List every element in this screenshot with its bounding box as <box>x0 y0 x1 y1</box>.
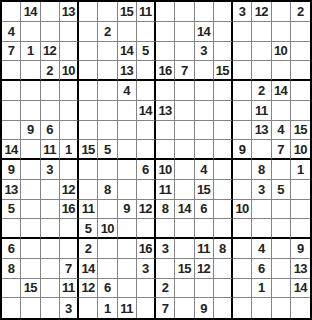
cell-r11c16-empty[interactable] <box>291 200 310 220</box>
cell-r16c8-empty[interactable] <box>137 298 156 318</box>
cell-r14c4-given[interactable]: 7 <box>60 259 79 279</box>
cell-r15c6-given[interactable]: 6 <box>98 279 117 299</box>
cell-r6c11-empty[interactable] <box>195 101 214 121</box>
cell-r12c2-empty[interactable] <box>21 219 40 239</box>
cell-r14c13-empty[interactable] <box>233 259 252 279</box>
cell-r9c14-given[interactable]: 8 <box>252 160 271 180</box>
cell-r9c12-empty[interactable] <box>214 160 233 180</box>
cell-r4c2-empty[interactable] <box>21 61 40 81</box>
cell-r8c13-given[interactable]: 9 <box>233 140 252 160</box>
cell-r9c16-given[interactable]: 1 <box>291 160 310 180</box>
cell-r4c8-empty[interactable] <box>137 61 156 81</box>
cell-r7c2-given[interactable]: 9 <box>21 121 40 141</box>
cell-r1c14-given[interactable]: 12 <box>252 2 271 22</box>
cell-r9c11-given[interactable]: 4 <box>195 160 214 180</box>
cell-r16c1-empty[interactable] <box>2 298 21 318</box>
cell-r3c1-given[interactable]: 7 <box>2 42 21 62</box>
cell-r13c6-empty[interactable] <box>98 239 117 259</box>
cell-r9c7-empty[interactable] <box>118 160 137 180</box>
cell-r1c2-given[interactable]: 14 <box>21 2 40 22</box>
cell-r15c12-empty[interactable] <box>214 279 233 299</box>
cell-r2c14-empty[interactable] <box>252 22 271 42</box>
cell-r2c3-empty[interactable] <box>41 22 60 42</box>
cell-r4c10-given[interactable]: 7 <box>175 61 194 81</box>
cell-r14c9-empty[interactable] <box>156 259 175 279</box>
cell-r14c8-given[interactable]: 3 <box>137 259 156 279</box>
cell-r3c4-empty[interactable] <box>60 42 79 62</box>
cell-r3c14-empty[interactable] <box>252 42 271 62</box>
cell-r16c14-empty[interactable] <box>252 298 271 318</box>
cell-r7c1-empty[interactable] <box>2 121 21 141</box>
cell-r10c2-empty[interactable] <box>21 180 40 200</box>
cell-r11c14-empty[interactable] <box>252 200 271 220</box>
cell-r9c13-empty[interactable] <box>233 160 252 180</box>
cell-r6c13-empty[interactable] <box>233 101 252 121</box>
cell-r6c12-empty[interactable] <box>214 101 233 121</box>
cell-r5c2-empty[interactable] <box>21 81 40 101</box>
cell-r10c16-empty[interactable] <box>291 180 310 200</box>
cell-r3c15-given[interactable]: 10 <box>272 42 291 62</box>
cell-r6c4-empty[interactable] <box>60 101 79 121</box>
cell-r10c3-empty[interactable] <box>41 180 60 200</box>
cell-r14c2-empty[interactable] <box>21 259 40 279</box>
cell-r3c13-empty[interactable] <box>233 42 252 62</box>
cell-r4c11-empty[interactable] <box>195 61 214 81</box>
cell-r9c1-given[interactable]: 9 <box>2 160 21 180</box>
cell-r3c7-given[interactable]: 14 <box>118 42 137 62</box>
cell-r2c4-empty[interactable] <box>60 22 79 42</box>
cell-r15c10-empty[interactable] <box>175 279 194 299</box>
sudoku-board: 1413151131224214711214531021013167154214… <box>0 0 312 320</box>
cell-r2c13-empty[interactable] <box>233 22 252 42</box>
cell-r6c2-empty[interactable] <box>21 101 40 121</box>
cell-r7c5-empty[interactable] <box>79 121 98 141</box>
cell-r8c9-empty[interactable] <box>156 140 175 160</box>
cell-r3c6-empty[interactable] <box>98 42 117 62</box>
cell-r7c9-empty[interactable] <box>156 121 175 141</box>
cell-r4c9-given[interactable]: 16 <box>156 61 175 81</box>
cell-r16c7-given[interactable]: 11 <box>118 298 137 318</box>
cell-r16c16-empty[interactable] <box>291 298 310 318</box>
cell-r5c16-empty[interactable] <box>291 81 310 101</box>
cell-r5c11-empty[interactable] <box>195 81 214 101</box>
cell-r5c9-empty[interactable] <box>156 81 175 101</box>
cell-r3c3-given[interactable]: 12 <box>41 42 60 62</box>
cell-r13c1-given[interactable]: 6 <box>2 239 21 259</box>
cell-r10c13-empty[interactable] <box>233 180 252 200</box>
cell-r13c3-empty[interactable] <box>41 239 60 259</box>
cell-r12c3-empty[interactable] <box>41 219 60 239</box>
cell-r15c9-given[interactable]: 2 <box>156 279 175 299</box>
cell-r11c4-given[interactable]: 16 <box>60 200 79 220</box>
cell-r8c11-empty[interactable] <box>195 140 214 160</box>
cell-r1c15-empty[interactable] <box>272 2 291 22</box>
cell-r9c15-empty[interactable] <box>272 160 291 180</box>
cell-r11c13-given[interactable]: 10 <box>233 200 252 220</box>
cell-r12c5-given[interactable]: 5 <box>79 219 98 239</box>
cell-r2c16-empty[interactable] <box>291 22 310 42</box>
cell-r11c8-given[interactable]: 12 <box>137 200 156 220</box>
cell-r7c8-empty[interactable] <box>137 121 156 141</box>
cell-r1c7-given[interactable]: 15 <box>118 2 137 22</box>
cell-r15c2-given[interactable]: 15 <box>21 279 40 299</box>
cell-r12c4-empty[interactable] <box>60 219 79 239</box>
cell-r4c7-given[interactable]: 13 <box>118 61 137 81</box>
cell-r13c13-empty[interactable] <box>233 239 252 259</box>
cell-r12c1-empty[interactable] <box>2 219 21 239</box>
cell-r16c15-empty[interactable] <box>272 298 291 318</box>
cell-r10c10-empty[interactable] <box>175 180 194 200</box>
cell-r12c8-empty[interactable] <box>137 219 156 239</box>
cell-r5c5-empty[interactable] <box>79 81 98 101</box>
cell-r6c9-given[interactable]: 13 <box>156 101 175 121</box>
cell-r14c1-given[interactable]: 8 <box>2 259 21 279</box>
cell-r9c8-given[interactable]: 6 <box>137 160 156 180</box>
cell-r12c6-given[interactable]: 10 <box>98 219 117 239</box>
sudoku-puzzle: 1413151131224214711214531021013167154214… <box>0 0 312 320</box>
cell-r1c10-empty[interactable] <box>175 2 194 22</box>
cell-r4c16-empty[interactable] <box>291 61 310 81</box>
cell-r15c7-empty[interactable] <box>118 279 137 299</box>
cell-r16c13-empty[interactable] <box>233 298 252 318</box>
cell-r5c14-given[interactable]: 2 <box>252 81 271 101</box>
cell-r9c5-empty[interactable] <box>79 160 98 180</box>
cell-r13c10-empty[interactable] <box>175 239 194 259</box>
cell-r7c11-empty[interactable] <box>195 121 214 141</box>
cell-r5c7-given[interactable]: 4 <box>118 81 137 101</box>
cell-r2c12-empty[interactable] <box>214 22 233 42</box>
cell-r12c14-empty[interactable] <box>252 219 271 239</box>
cell-r10c9-given[interactable]: 11 <box>156 180 175 200</box>
cell-r14c11-given[interactable]: 12 <box>195 259 214 279</box>
cell-r10c1-given[interactable]: 13 <box>2 180 21 200</box>
cell-r1c13-given[interactable]: 3 <box>233 2 252 22</box>
cell-r1c6-empty[interactable] <box>98 2 117 22</box>
cell-r14c6-empty[interactable] <box>98 259 117 279</box>
cell-r7c7-empty[interactable] <box>118 121 137 141</box>
cell-r11c6-empty[interactable] <box>98 200 117 220</box>
cell-r13c5-given[interactable]: 2 <box>79 239 98 259</box>
cell-r15c5-given[interactable]: 12 <box>79 279 98 299</box>
cell-r13c12-given[interactable]: 8 <box>214 239 233 259</box>
cell-r8c16-given[interactable]: 10 <box>291 140 310 160</box>
cell-r2c15-empty[interactable] <box>272 22 291 42</box>
cell-r8c2-empty[interactable] <box>21 140 40 160</box>
cell-r15c13-empty[interactable] <box>233 279 252 299</box>
cell-r4c1-empty[interactable] <box>2 61 21 81</box>
cell-r14c12-empty[interactable] <box>214 259 233 279</box>
cell-r13c4-empty[interactable] <box>60 239 79 259</box>
cell-r12c11-empty[interactable] <box>195 219 214 239</box>
cell-r8c10-empty[interactable] <box>175 140 194 160</box>
cell-r5c6-empty[interactable] <box>98 81 117 101</box>
cell-r16c2-empty[interactable] <box>21 298 40 318</box>
cell-r5c10-empty[interactable] <box>175 81 194 101</box>
cell-r16c4-given[interactable]: 3 <box>60 298 79 318</box>
cell-r13c11-given[interactable]: 11 <box>195 239 214 259</box>
cell-r7c3-given[interactable]: 6 <box>41 121 60 141</box>
cell-r3c11-given[interactable]: 3 <box>195 42 214 62</box>
cell-r4c3-given[interactable]: 2 <box>41 61 60 81</box>
cell-r8c15-given[interactable]: 7 <box>272 140 291 160</box>
cell-r4c4-given[interactable]: 10 <box>60 61 79 81</box>
cell-r14c5-given[interactable]: 14 <box>79 259 98 279</box>
cell-r9c2-empty[interactable] <box>21 160 40 180</box>
cell-r11c10-given[interactable]: 14 <box>175 200 194 220</box>
cell-r12c10-empty[interactable] <box>175 219 194 239</box>
cell-r6c3-empty[interactable] <box>41 101 60 121</box>
cell-r15c11-empty[interactable] <box>195 279 214 299</box>
cell-r14c15-empty[interactable] <box>272 259 291 279</box>
cell-r7c15-given[interactable]: 4 <box>272 121 291 141</box>
cell-r1c3-empty[interactable] <box>41 2 60 22</box>
cell-r13c2-empty[interactable] <box>21 239 40 259</box>
cell-r13c14-given[interactable]: 4 <box>252 239 271 259</box>
cell-r16c9-given[interactable]: 7 <box>156 298 175 318</box>
cell-r2c9-empty[interactable] <box>156 22 175 42</box>
cell-r16c10-empty[interactable] <box>175 298 194 318</box>
cell-r5c3-empty[interactable] <box>41 81 60 101</box>
cell-r1c12-empty[interactable] <box>214 2 233 22</box>
cell-r11c5-given[interactable]: 11 <box>79 200 98 220</box>
cell-r4c6-empty[interactable] <box>98 61 117 81</box>
cell-r3c9-empty[interactable] <box>156 42 175 62</box>
cell-r9c6-empty[interactable] <box>98 160 117 180</box>
cell-r4c13-empty[interactable] <box>233 61 252 81</box>
cell-r11c9-given[interactable]: 8 <box>156 200 175 220</box>
cell-r4c5-empty[interactable] <box>79 61 98 81</box>
cell-r5c13-empty[interactable] <box>233 81 252 101</box>
cell-r1c9-empty[interactable] <box>156 2 175 22</box>
cell-r12c9-empty[interactable] <box>156 219 175 239</box>
cell-r10c8-empty[interactable] <box>137 180 156 200</box>
cell-r8c8-empty[interactable] <box>137 140 156 160</box>
cell-r7c16-given[interactable]: 15 <box>291 121 310 141</box>
cell-r2c2-empty[interactable] <box>21 22 40 42</box>
cell-r8c14-empty[interactable] <box>252 140 271 160</box>
cell-r6c5-empty[interactable] <box>79 101 98 121</box>
cell-r3c2-given[interactable]: 1 <box>21 42 40 62</box>
cell-r3c8-given[interactable]: 5 <box>137 42 156 62</box>
cell-r13c8-given[interactable]: 16 <box>137 239 156 259</box>
cell-r5c8-empty[interactable] <box>137 81 156 101</box>
cell-r3c10-empty[interactable] <box>175 42 194 62</box>
cell-r5c4-empty[interactable] <box>60 81 79 101</box>
cell-r2c11-given[interactable]: 14 <box>195 22 214 42</box>
cell-r7c12-empty[interactable] <box>214 121 233 141</box>
cell-r6c7-empty[interactable] <box>118 101 137 121</box>
cell-r4c14-empty[interactable] <box>252 61 271 81</box>
cell-r6c1-empty[interactable] <box>2 101 21 121</box>
cell-r8c1-given[interactable]: 14 <box>2 140 21 160</box>
cell-r13c7-empty[interactable] <box>118 239 137 259</box>
cell-r9c10-empty[interactable] <box>175 160 194 180</box>
cell-r11c1-given[interactable]: 5 <box>2 200 21 220</box>
cell-r1c11-empty[interactable] <box>195 2 214 22</box>
cell-r2c6-given[interactable]: 2 <box>98 22 117 42</box>
cell-r15c8-empty[interactable] <box>137 279 156 299</box>
cell-r10c14-given[interactable]: 3 <box>252 180 271 200</box>
cell-r9c4-empty[interactable] <box>60 160 79 180</box>
cell-r11c7-given[interactable]: 9 <box>118 200 137 220</box>
cell-r5c15-given[interactable]: 14 <box>272 81 291 101</box>
cell-r9c3-given[interactable]: 3 <box>41 160 60 180</box>
cell-r3c16-empty[interactable] <box>291 42 310 62</box>
cell-r13c16-given[interactable]: 9 <box>291 239 310 259</box>
cell-r1c4-given[interactable]: 13 <box>60 2 79 22</box>
cell-r2c10-empty[interactable] <box>175 22 194 42</box>
cell-r10c7-empty[interactable] <box>118 180 137 200</box>
cell-r1c5-empty[interactable] <box>79 2 98 22</box>
cell-r8c6-given[interactable]: 5 <box>98 140 117 160</box>
cell-r14c14-given[interactable]: 6 <box>252 259 271 279</box>
cell-r1c16-given[interactable]: 2 <box>291 2 310 22</box>
cell-r8c12-empty[interactable] <box>214 140 233 160</box>
cell-r1c1-empty[interactable] <box>2 2 21 22</box>
cell-r10c4-given[interactable]: 12 <box>60 180 79 200</box>
cell-r12c12-empty[interactable] <box>214 219 233 239</box>
cell-r4c12-given[interactable]: 15 <box>214 61 233 81</box>
cell-r8c7-empty[interactable] <box>118 140 137 160</box>
cell-r6c16-empty[interactable] <box>291 101 310 121</box>
cell-r16c3-empty[interactable] <box>41 298 60 318</box>
cell-r15c3-empty[interactable] <box>41 279 60 299</box>
cell-r16c11-given[interactable]: 9 <box>195 298 214 318</box>
cell-r10c5-empty[interactable] <box>79 180 98 200</box>
cell-r6c6-empty[interactable] <box>98 101 117 121</box>
cell-r16c6-given[interactable]: 1 <box>98 298 117 318</box>
cell-r10c12-empty[interactable] <box>214 180 233 200</box>
cell-r12c16-empty[interactable] <box>291 219 310 239</box>
cell-r14c7-empty[interactable] <box>118 259 137 279</box>
cell-r6c14-given[interactable]: 11 <box>252 101 271 121</box>
cell-r12c15-empty[interactable] <box>272 219 291 239</box>
cell-r10c11-given[interactable]: 15 <box>195 180 214 200</box>
cell-r8c3-given[interactable]: 11 <box>41 140 60 160</box>
cell-r15c14-given[interactable]: 1 <box>252 279 271 299</box>
cell-r6c15-empty[interactable] <box>272 101 291 121</box>
cell-r15c16-given[interactable]: 14 <box>291 279 310 299</box>
cell-r7c13-empty[interactable] <box>233 121 252 141</box>
cell-r13c9-given[interactable]: 3 <box>156 239 175 259</box>
cell-r12c7-empty[interactable] <box>118 219 137 239</box>
cell-r4c15-empty[interactable] <box>272 61 291 81</box>
cell-r16c5-empty[interactable] <box>79 298 98 318</box>
cell-r3c12-empty[interactable] <box>214 42 233 62</box>
cell-r2c5-empty[interactable] <box>79 22 98 42</box>
cell-r14c10-given[interactable]: 15 <box>175 259 194 279</box>
cell-r6c8-given[interactable]: 14 <box>137 101 156 121</box>
cell-r7c4-empty[interactable] <box>60 121 79 141</box>
cell-r14c16-given[interactable]: 13 <box>291 259 310 279</box>
cell-r11c12-empty[interactable] <box>214 200 233 220</box>
cell-r11c2-empty[interactable] <box>21 200 40 220</box>
cell-r10c15-given[interactable]: 5 <box>272 180 291 200</box>
cell-r2c8-empty[interactable] <box>137 22 156 42</box>
cell-r11c3-empty[interactable] <box>41 200 60 220</box>
cell-r16c12-empty[interactable] <box>214 298 233 318</box>
cell-r14c3-empty[interactable] <box>41 259 60 279</box>
cell-r8c5-given[interactable]: 15 <box>79 140 98 160</box>
cell-r1c8-given[interactable]: 11 <box>137 2 156 22</box>
cell-r11c11-given[interactable]: 6 <box>195 200 214 220</box>
cell-r3c5-empty[interactable] <box>79 42 98 62</box>
cell-r9c9-given[interactable]: 10 <box>156 160 175 180</box>
cell-r15c1-empty[interactable] <box>2 279 21 299</box>
cell-r13c15-empty[interactable] <box>272 239 291 259</box>
cell-r5c12-empty[interactable] <box>214 81 233 101</box>
cell-r12c13-empty[interactable] <box>233 219 252 239</box>
cell-r10c6-given[interactable]: 8 <box>98 180 117 200</box>
cell-r11c15-empty[interactable] <box>272 200 291 220</box>
cell-r6c10-empty[interactable] <box>175 101 194 121</box>
cell-r5c1-empty[interactable] <box>2 81 21 101</box>
cell-r8c4-given[interactable]: 1 <box>60 140 79 160</box>
cell-r2c1-given[interactable]: 4 <box>2 22 21 42</box>
cell-r7c14-given[interactable]: 13 <box>252 121 271 141</box>
cell-r15c4-given[interactable]: 11 <box>60 279 79 299</box>
cell-r7c6-empty[interactable] <box>98 121 117 141</box>
cell-r7c10-empty[interactable] <box>175 121 194 141</box>
cell-r15c15-empty[interactable] <box>272 279 291 299</box>
cell-r2c7-empty[interactable] <box>118 22 137 42</box>
